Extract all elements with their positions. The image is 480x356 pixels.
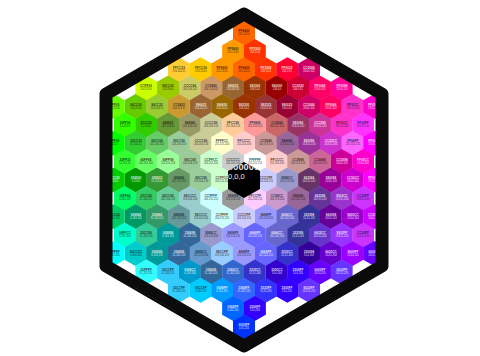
color-cell-label: 3366FF51,102,255 <box>232 287 256 293</box>
color-cell-label: 0099990,153,153 <box>145 251 169 257</box>
color-cell-label: 33669951,102,153 <box>200 269 224 275</box>
color-cell-label: 66CC66102,204,102 <box>145 140 169 146</box>
color-cell-label: FFFFCC255,255,204 <box>210 140 234 146</box>
color-cell-label: 00FF660,255,102 <box>113 195 137 201</box>
color-cell-label: 00CC000,204,0 <box>102 177 126 183</box>
color-cell-label: 99CC33153,204,51 <box>145 104 169 110</box>
color-cell-label: 6666CC102,102,204 <box>265 232 289 238</box>
color-cell-label: FF9900255,153,0 <box>221 48 245 54</box>
color-cell-label: FF33FF255,51,255 <box>351 122 375 128</box>
color-cell-label: 66CC00102,204,0 <box>124 104 148 110</box>
color-cell-label: CC0066204,0,102 <box>297 67 321 73</box>
color-cell-label: CC99CC204,153,204 <box>265 195 289 201</box>
color-cell-label: CC9966204,153,102 <box>200 85 224 91</box>
color-cell-label: 33993351,153,51 <box>145 177 169 183</box>
color-cell-label: 9933FF153,51,255 <box>330 232 354 238</box>
color-cell-label: 9999FF153,153,255 <box>232 251 256 257</box>
border-microtext-topleft: ··························· <box>130 41 169 66</box>
color-cell-label: 00CCCC0,204,204 <box>124 251 148 257</box>
color-cell-label: 990099153,0,153 <box>319 177 343 183</box>
color-cell-label: 6600CC102,0,204 <box>319 251 343 257</box>
color-cell-label: CC0099204,0,153 <box>330 159 354 165</box>
color-cell-label: CCCC66204,204,102 <box>178 85 202 91</box>
color-cell-label: 660099102,0,153 <box>319 214 343 220</box>
color-hexagon-chart: FF6600255,102,0FF9900255,153,0FF3300255,… <box>0 0 480 356</box>
color-cell-label: 99CCCC153,204,204 <box>178 195 202 201</box>
color-cell-label: 99FF99153,255,153 <box>156 159 180 165</box>
color-cell-label: 0099660,153,102 <box>124 214 148 220</box>
color-cell-label: FF00FF255,0,255 <box>362 177 386 183</box>
color-cell-label: 0099CC0,153,204 <box>178 269 202 275</box>
color-cell-label: 996600153,102,0 <box>210 104 234 110</box>
color-cell-label: FF3300255,51,0 <box>243 48 267 54</box>
color-cell-label: 99CC99153,204,153 <box>189 177 213 183</box>
color-cell-label: FF3300255,51,0 <box>254 67 278 73</box>
color-cell-label: 99CC99153,204,153 <box>167 140 191 146</box>
color-cell-label: 6600FF102,0,255 <box>362 251 386 257</box>
color-cell-label: 33CC6651,204,102 <box>134 195 158 201</box>
color-cell-label: 3333FF51,51,255 <box>254 287 278 293</box>
color-cell-label: FFCC33255,204,51 <box>167 67 191 73</box>
color-cell-label: 99CCCC153,204,204 <box>189 214 213 220</box>
color-cell-label: CCCC99204,204,153 <box>200 122 224 128</box>
color-cell-label: 33CCFF51,204,255 <box>167 287 191 293</box>
color-cell-label: FF6600255,102,0 <box>232 67 256 73</box>
color-cell-label: FF0099255,0,153 <box>330 85 354 91</box>
color-cell-label: FF00CC255,0,204 <box>362 104 386 110</box>
color-cell-label: 33CC3351,204,51 <box>124 140 148 146</box>
color-cell-label: 66FF00102,255,0 <box>102 104 126 110</box>
color-cell-label: FF9900255,153,0 <box>210 67 234 73</box>
color-cell-label: 993333153,51,51 <box>254 104 278 110</box>
color-cell-label: 00CC660,204,102 <box>102 214 126 220</box>
color-cell-label: 3300FF51,0,255 <box>243 306 267 312</box>
color-cell-label: 99CC00153,204,0 <box>156 85 180 91</box>
color-cell-label: CCFFFF204,255,255 <box>210 214 234 220</box>
color-cell-label: 33CC0051,204,0 <box>134 122 158 128</box>
color-cell-label: CC33CC204,51,204 <box>319 140 343 146</box>
color-cell-label: 990000153,0,0 <box>265 85 289 91</box>
color-cell-label: 33996651,153,102 <box>145 214 169 220</box>
color-cell-label: 6633FF102,51,255 <box>330 269 354 275</box>
color-cell-label: 669966102,153,102 <box>167 177 191 183</box>
color-cell-label: 9900FF153,0,255 <box>341 251 365 257</box>
color-cell-label: 6633FF102,51,255 <box>297 287 321 293</box>
color-cell-label: 3366CC51,102,204 <box>221 269 245 275</box>
color-cell-label: 9999CC153,153,204 <box>200 232 224 238</box>
color-cell-label: FFCCCC255,204,204 <box>232 140 256 146</box>
color-cell-label: 663366102,51,102 <box>297 177 321 183</box>
color-cell-label: 99CC99153,204,153 <box>178 159 202 165</box>
color-cell-label: CCFFCC204,255,204 <box>200 159 224 165</box>
color-cell-label: 33FFFF51,255,255 <box>134 269 158 275</box>
color-cell-label: 6699CC102,153,204 <box>189 251 213 257</box>
color-cell-label: CC6666204,102,102 <box>265 122 289 128</box>
color-cell-label: 0066FF0,102,255 <box>221 306 245 312</box>
color-cell-label: 663399102,51,153 <box>308 195 332 201</box>
color-cell-label: 9933CC153,51,204 <box>330 195 354 201</box>
color-cell-label: 6666FF102,102,255 <box>243 232 267 238</box>
color-cell-label: CC9999204,153,153 <box>286 159 310 165</box>
color-cell-label: FF9999255,153,153 <box>243 122 267 128</box>
color-cell-label: 6666FF102,102,255 <box>254 251 278 257</box>
color-cell-label: 0033FF0,51,255 <box>232 324 256 330</box>
color-cell-label: 996633153,102,51 <box>189 104 213 110</box>
color-cell-label: 9900CC153,0,204 <box>341 214 365 220</box>
color-cell-label: 33FF0051,255,0 <box>113 122 137 128</box>
color-cell-label: 9999FF153,153,255 <box>254 214 278 220</box>
color-cell-label: FF6600255,102,0 <box>232 30 256 36</box>
color-cell-label: 6633CC102,51,204 <box>308 232 332 238</box>
color-cell-label: 00CCFF0,204,255 <box>189 287 213 293</box>
color-cell-label: 33CC9951,204,153 <box>134 232 158 238</box>
color-cell-label: FFCC99255,204,153 <box>221 122 245 128</box>
color-cell-label: CC33FF204,51,255 <box>351 195 375 201</box>
color-cell-label: 999966153,153,102 <box>178 122 202 128</box>
color-cell-label: 33339951,51,153 <box>286 232 310 238</box>
color-cell-label: 993399153,51,153 <box>297 140 321 146</box>
color-cell-label: CC0066204,0,102 <box>297 104 321 110</box>
color-cell-label: FFCCCC255,204,204 <box>265 159 289 165</box>
color-cell-label: 3300CC51,0,204 <box>265 269 289 275</box>
color-cell-label: FF00FF255,0,255 <box>362 140 386 146</box>
color-cell-label: CC0033204,0,51 <box>286 85 310 91</box>
color-cell-label: CCFF00204,255,0 <box>134 85 158 91</box>
color-cell-label: 996699153,102,153 <box>275 140 299 146</box>
color-cell-label: 993300153,51,0 <box>243 85 267 91</box>
color-cell-label: 66CC99102,204,153 <box>156 195 180 201</box>
color-cell-label: CC6699204,102,153 <box>308 159 332 165</box>
color-cell-label: 9999FF153,153,255 <box>221 232 245 238</box>
color-cell-label: 0099990,153,153 <box>156 232 180 238</box>
color-cell-label: 0099FF0,153,255 <box>210 287 234 293</box>
color-cell-label: 33669951,102,153 <box>178 232 202 238</box>
color-cell-label: CC3399204,51,153 <box>308 122 332 128</box>
color-cell-label: 0099000,153,0 <box>124 177 148 183</box>
color-cell-label: CCCC99204,204,153 <box>189 140 213 146</box>
color-cell-label: 993300153,51,0 <box>232 104 256 110</box>
color-cell-label: 6600FF102,0,255 <box>308 269 332 275</box>
color-cell-label: FF33CC255,51,204 <box>341 104 365 110</box>
color-cell-label: FF33CC255,51,204 <box>330 122 354 128</box>
color-cell-label: CCFFFF204,255,255 <box>200 195 224 201</box>
color-cell-label: 99CCFF153,204,255 <box>210 251 234 257</box>
color-cell-label: FF0066255,0,102 <box>308 85 332 91</box>
color-cell-label: 3300FF51,0,255 <box>286 269 310 275</box>
color-cell-label: FFCC00255,204,0 <box>189 67 213 73</box>
color-cell-label: FF66FF255,102,255 <box>341 140 365 146</box>
color-cell-label: 33FF3351,255,51 <box>113 159 137 165</box>
color-cell-label: 996699153,102,153 <box>286 195 310 201</box>
color-cell-label: CC00CC204,0,204 <box>341 177 365 183</box>
color-cell-label: CC33FF204,51,255 <box>351 232 375 238</box>
color-cell-label: 3333CC51,51,204 <box>275 251 299 257</box>
color-cell-label: 669933102,153,51 <box>156 122 180 128</box>
color-cell-label: CC9933204,153,51 <box>167 104 191 110</box>
color-cell-label: 3333CC51,51,204 <box>243 269 267 275</box>
color-cell-label: 00FFCC0,255,204 <box>113 232 137 238</box>
color-cell-label: CCCCFF204,204,255 <box>232 214 256 220</box>
color-cell-label: CC9999204,153,153 <box>254 140 278 146</box>
color-cell-label: 6666CC102,102,204 <box>275 214 299 220</box>
color-cell-label: FF00CC255,0,204 <box>351 159 375 165</box>
color-cell-label: FF0066255,0,102 <box>319 104 343 110</box>
color-cell-label: CC00FF204,0,255 <box>362 214 386 220</box>
color-cell-label: 993366153,51,102 <box>286 122 310 128</box>
color-cell-label: FF0033255,0,51 <box>275 67 299 73</box>
color-cell-label: 33CCFF51,204,255 <box>156 269 180 275</box>
color-cell-label: 3300FF51,0,255 <box>275 287 299 293</box>
color-cell-label: 996633153,102,51 <box>221 85 245 91</box>
color-cell-label: 00FFFF0,255,255 <box>102 251 126 257</box>
color-cell-label: 990033153,0,51 <box>275 104 299 110</box>
color-cell-label: 00FF000,255,0 <box>102 140 126 146</box>
color-cell-label: 33669951,102,153 <box>167 251 191 257</box>
color-cell-label: 33009951,0,153 <box>297 251 321 257</box>
color-cell-label: 9999CC153,153,204 <box>275 177 299 183</box>
color-cell-label: 66FF66102,255,102 <box>134 159 158 165</box>
color-cell-label: 33339951,51,153 <box>297 214 321 220</box>
color-cell-label: 669999102,153,153 <box>167 214 191 220</box>
